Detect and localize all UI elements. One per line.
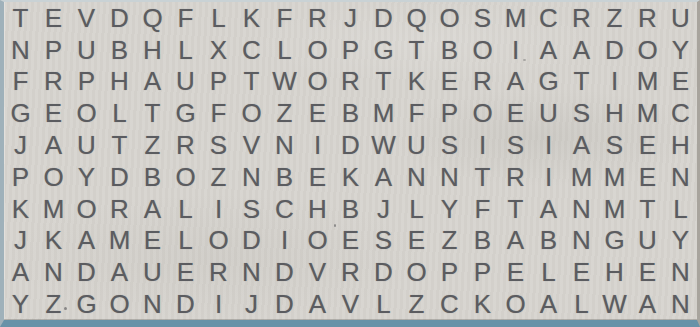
grid-cell[interactable]: A bbox=[565, 129, 598, 161]
grid-cell[interactable]: M bbox=[103, 225, 136, 257]
grid-cell[interactable]: O bbox=[466, 34, 499, 66]
grid-cell[interactable]: R bbox=[334, 66, 367, 98]
grid-cell[interactable]: B bbox=[334, 193, 367, 225]
grid-cell[interactable]: N bbox=[235, 161, 268, 193]
grid-cell[interactable]: T bbox=[499, 193, 532, 225]
grid-cell[interactable]: D bbox=[334, 129, 367, 161]
grid-cell[interactable]: Q bbox=[400, 2, 433, 34]
grid-cell[interactable]: D bbox=[367, 2, 400, 34]
grid-cell[interactable]: S bbox=[499, 129, 532, 161]
grid-cell[interactable]: E bbox=[433, 66, 466, 98]
grid-cell[interactable]: H bbox=[136, 34, 169, 66]
grid-cell[interactable]: R bbox=[103, 193, 136, 225]
grid-cell[interactable]: B bbox=[334, 97, 367, 129]
grid-cell[interactable]: K bbox=[400, 66, 433, 98]
grid-cell[interactable]: I bbox=[202, 288, 235, 320]
grid-cell[interactable]: N bbox=[268, 129, 301, 161]
grid-cell[interactable]: V bbox=[301, 256, 334, 288]
grid-cell[interactable]: S bbox=[598, 129, 631, 161]
grid-cell[interactable]: C bbox=[532, 2, 565, 34]
grid-cell[interactable]: M bbox=[499, 2, 532, 34]
grid-cell[interactable]: T bbox=[367, 66, 400, 98]
grid-cell[interactable]: C bbox=[235, 34, 268, 66]
grid-cell[interactable]: G bbox=[598, 225, 631, 257]
grid-cell[interactable]: D bbox=[169, 288, 202, 320]
grid-cell[interactable]: N bbox=[37, 256, 70, 288]
grid-cell[interactable]: O bbox=[466, 97, 499, 129]
grid-cell[interactable]: I bbox=[532, 129, 565, 161]
grid-cell[interactable]: N bbox=[664, 288, 697, 320]
grid-cell[interactable]: E bbox=[631, 161, 664, 193]
grid-cell[interactable]: K bbox=[334, 161, 367, 193]
grid-cell[interactable]: N bbox=[136, 288, 169, 320]
grid-cell[interactable]: E bbox=[37, 97, 70, 129]
grid-cell[interactable]: P bbox=[466, 256, 499, 288]
grid-cell[interactable]: U bbox=[136, 256, 169, 288]
grid-cell[interactable]: B bbox=[268, 161, 301, 193]
grid-cell[interactable]: V bbox=[334, 288, 367, 320]
grid-cell[interactable]: R bbox=[37, 66, 70, 98]
grid-cell[interactable]: G bbox=[169, 97, 202, 129]
grid-cell[interactable]: H bbox=[664, 129, 697, 161]
grid-cell[interactable]: E bbox=[334, 225, 367, 257]
grid-cell[interactable]: A bbox=[136, 193, 169, 225]
grid-cell[interactable]: U bbox=[664, 2, 697, 34]
grid-cell[interactable]: M bbox=[598, 193, 631, 225]
grid-cell[interactable]: S bbox=[202, 129, 235, 161]
grid-cell[interactable]: D bbox=[268, 288, 301, 320]
grid-cell[interactable]: F bbox=[202, 97, 235, 129]
grid-cell[interactable]: A bbox=[499, 66, 532, 98]
grid-cell[interactable]: J bbox=[334, 2, 367, 34]
grid-cell[interactable]: T bbox=[136, 97, 169, 129]
grid-cell[interactable]: M bbox=[598, 161, 631, 193]
grid-cell[interactable]: F bbox=[4, 66, 37, 98]
grid-cell[interactable]: G bbox=[532, 66, 565, 98]
grid-cell[interactable]: O bbox=[301, 66, 334, 98]
grid-cell[interactable]: H bbox=[301, 193, 334, 225]
grid-cell[interactable]: E bbox=[499, 256, 532, 288]
grid-cell[interactable]: G bbox=[4, 97, 37, 129]
grid-cell[interactable]: A bbox=[565, 34, 598, 66]
grid-cell[interactable]: L bbox=[565, 288, 598, 320]
grid-cell[interactable]: T bbox=[235, 66, 268, 98]
grid-cell[interactable]: O bbox=[499, 288, 532, 320]
grid-cell[interactable]: F bbox=[268, 2, 301, 34]
grid-cell[interactable]: T bbox=[631, 193, 664, 225]
grid-cell[interactable]: U bbox=[70, 129, 103, 161]
grid-cell[interactable]: B bbox=[136, 161, 169, 193]
grid-cell[interactable]: E bbox=[499, 97, 532, 129]
grid-cell[interactable]: U bbox=[400, 129, 433, 161]
grid-cell[interactable]: E bbox=[400, 225, 433, 257]
grid-cell[interactable]: Z bbox=[136, 129, 169, 161]
grid-cell[interactable]: Z bbox=[37, 288, 70, 320]
grid-cell[interactable]: J bbox=[4, 225, 37, 257]
grid-cell[interactable]: L bbox=[169, 193, 202, 225]
grid-cell[interactable]: J bbox=[367, 193, 400, 225]
grid-cell[interactable]: G bbox=[367, 34, 400, 66]
grid-cell[interactable]: N bbox=[664, 256, 697, 288]
grid-cell[interactable]: I bbox=[499, 34, 532, 66]
scan-speck bbox=[64, 307, 67, 310]
grid-cell[interactable]: A bbox=[499, 225, 532, 257]
scan-speck bbox=[334, 224, 336, 227]
grid-cell[interactable]: M bbox=[37, 193, 70, 225]
grid-cell[interactable]: A bbox=[532, 34, 565, 66]
grid-cell[interactable]: A bbox=[301, 288, 334, 320]
scan-speck bbox=[523, 59, 526, 61]
grid-cell[interactable]: I bbox=[532, 161, 565, 193]
grid-cell[interactable]: O bbox=[301, 34, 334, 66]
grid-cell[interactable]: D bbox=[268, 256, 301, 288]
grid-cell[interactable]: U bbox=[169, 66, 202, 98]
grid-cell[interactable]: L bbox=[400, 193, 433, 225]
grid-cell[interactable]: T bbox=[466, 161, 499, 193]
grid-cell[interactable]: A bbox=[4, 256, 37, 288]
grid-cell[interactable]: R bbox=[466, 66, 499, 98]
grid-cell[interactable]: M bbox=[631, 97, 664, 129]
grid-cell[interactable]: M bbox=[631, 66, 664, 98]
grid-cell[interactable]: L bbox=[664, 193, 697, 225]
grid-cell[interactable]: P bbox=[433, 256, 466, 288]
grid-cell[interactable]: R bbox=[631, 2, 664, 34]
grid-cell[interactable]: V bbox=[235, 129, 268, 161]
grid-cell[interactable]: E bbox=[631, 256, 664, 288]
grid-cell[interactable]: Y bbox=[70, 161, 103, 193]
grid-cell[interactable]: S bbox=[235, 193, 268, 225]
grid-cell[interactable]: J bbox=[4, 129, 37, 161]
grid-cell[interactable]: T bbox=[565, 66, 598, 98]
grid-cell[interactable]: A bbox=[532, 288, 565, 320]
grid-cell[interactable]: R bbox=[334, 256, 367, 288]
grid-cell[interactable]: U bbox=[631, 225, 664, 257]
grid-cell[interactable]: D bbox=[367, 256, 400, 288]
grid-cell[interactable]: H bbox=[103, 66, 136, 98]
grid-cell[interactable]: T bbox=[103, 129, 136, 161]
grid-cell[interactable]: E bbox=[301, 97, 334, 129]
grid-cell[interactable]: P bbox=[433, 97, 466, 129]
grid-cell[interactable]: A bbox=[37, 129, 70, 161]
grid-cell[interactable]: W bbox=[268, 66, 301, 98]
grid-cell[interactable]: I bbox=[301, 129, 334, 161]
grid-cell[interactable]: C bbox=[268, 193, 301, 225]
grid-cell[interactable]: Z bbox=[598, 2, 631, 34]
grid-cell[interactable]: R bbox=[202, 256, 235, 288]
grid-cell[interactable]: O bbox=[433, 2, 466, 34]
grid-cell[interactable]: A bbox=[70, 225, 103, 257]
grid-cell[interactable]: D bbox=[70, 256, 103, 288]
word-search-scan: TEVDQFLKFRJDQOSMCRZRUNPUBHLXCLOPGTBOIAAD… bbox=[0, 0, 700, 327]
grid-cell[interactable]: O bbox=[37, 161, 70, 193]
grid-cell[interactable]: I bbox=[598, 66, 631, 98]
grid-cell[interactable]: Z bbox=[268, 97, 301, 129]
grid-cell[interactable]: U bbox=[532, 97, 565, 129]
grid-cell[interactable]: K bbox=[37, 225, 70, 257]
grid-cell[interactable]: B bbox=[103, 34, 136, 66]
grid-cell[interactable]: Y bbox=[4, 288, 37, 320]
grid-cell[interactable]: Z bbox=[400, 288, 433, 320]
grid-cell[interactable]: D bbox=[235, 225, 268, 257]
grid-cell[interactable]: B bbox=[532, 225, 565, 257]
grid-cell[interactable]: T bbox=[4, 2, 37, 34]
grid-cell[interactable]: N bbox=[4, 34, 37, 66]
grid-cell[interactable]: E bbox=[169, 256, 202, 288]
grid-cell[interactable]: Z bbox=[433, 225, 466, 257]
grid-cell[interactable]: O bbox=[400, 256, 433, 288]
grid-cell[interactable]: Z bbox=[202, 161, 235, 193]
grid-cell[interactable]: F bbox=[400, 97, 433, 129]
grid-cell[interactable]: J bbox=[235, 288, 268, 320]
grid-cell[interactable]: R bbox=[169, 129, 202, 161]
grid-cell[interactable]: L bbox=[169, 225, 202, 257]
grid-cell[interactable]: X bbox=[202, 34, 235, 66]
grid-cell[interactable]: B bbox=[466, 225, 499, 257]
grid-cell[interactable]: R bbox=[565, 2, 598, 34]
grid-cell[interactable]: W bbox=[598, 288, 631, 320]
grid-cell[interactable]: E bbox=[301, 161, 334, 193]
grid-cell[interactable]: E bbox=[631, 129, 664, 161]
grid-cell[interactable]: D bbox=[103, 2, 136, 34]
grid-cell[interactable]: O bbox=[169, 161, 202, 193]
grid-cell[interactable]: Y bbox=[664, 34, 697, 66]
grid-cell[interactable]: K bbox=[235, 2, 268, 34]
grid-cell[interactable]: L bbox=[268, 34, 301, 66]
grid-cell[interactable]: N bbox=[433, 161, 466, 193]
grid-cell[interactable]: U bbox=[70, 34, 103, 66]
grid-cell[interactable]: S bbox=[367, 225, 400, 257]
grid-cell[interactable]: H bbox=[598, 256, 631, 288]
grid-cell[interactable]: O bbox=[70, 193, 103, 225]
grid-cell[interactable]: Y bbox=[664, 225, 697, 257]
grid-cell[interactable]: R bbox=[301, 2, 334, 34]
grid-cell[interactable]: R bbox=[499, 161, 532, 193]
grid-cell[interactable]: S bbox=[466, 2, 499, 34]
grid-cell[interactable]: A bbox=[367, 161, 400, 193]
grid-cell[interactable]: T bbox=[400, 34, 433, 66]
grid-cell[interactable]: M bbox=[565, 161, 598, 193]
grid-cell[interactable]: P bbox=[334, 34, 367, 66]
grid-cell[interactable]: E bbox=[565, 256, 598, 288]
grid-cell[interactable]: L bbox=[532, 256, 565, 288]
grid-cell[interactable]: N bbox=[565, 225, 598, 257]
grid-cell[interactable]: L bbox=[103, 97, 136, 129]
grid-cell[interactable]: A bbox=[103, 256, 136, 288]
grid-cell[interactable]: Q bbox=[136, 2, 169, 34]
grid-cell[interactable]: O bbox=[70, 97, 103, 129]
grid-cell[interactable]: P bbox=[70, 66, 103, 98]
grid-cell[interactable]: O bbox=[301, 225, 334, 257]
grid-cell[interactable]: V bbox=[70, 2, 103, 34]
grid-cell[interactable]: O bbox=[631, 34, 664, 66]
grid-cell[interactable]: E bbox=[664, 66, 697, 98]
grid-cell[interactable]: H bbox=[598, 97, 631, 129]
grid-cell[interactable]: B bbox=[433, 34, 466, 66]
grid-cell[interactable]: G bbox=[70, 288, 103, 320]
grid-cell[interactable]: L bbox=[367, 288, 400, 320]
grid-cell[interactable]: C bbox=[433, 288, 466, 320]
grid-cell[interactable]: M bbox=[367, 97, 400, 129]
grid-cell[interactable]: N bbox=[664, 161, 697, 193]
grid-cell[interactable]: N bbox=[235, 256, 268, 288]
grid-cell[interactable]: D bbox=[598, 34, 631, 66]
grid-cell[interactable]: L bbox=[169, 34, 202, 66]
grid-cell[interactable]: N bbox=[400, 161, 433, 193]
grid-cell[interactable]: K bbox=[4, 193, 37, 225]
grid-cell[interactable]: O bbox=[103, 288, 136, 320]
grid-cell[interactable]: K bbox=[466, 288, 499, 320]
grid-cell[interactable]: F bbox=[169, 2, 202, 34]
grid-cell[interactable]: O bbox=[202, 225, 235, 257]
grid-cell[interactable]: P bbox=[37, 34, 70, 66]
grid-cell[interactable]: A bbox=[136, 66, 169, 98]
grid-cell[interactable]: E bbox=[136, 225, 169, 257]
grid-cell[interactable]: E bbox=[37, 2, 70, 34]
grid-cell[interactable]: O bbox=[235, 97, 268, 129]
grid-cell[interactable]: W bbox=[367, 129, 400, 161]
grid-cell[interactable]: I bbox=[268, 225, 301, 257]
grid-cell[interactable]: F bbox=[466, 193, 499, 225]
grid-cell[interactable]: D bbox=[103, 161, 136, 193]
grid-cell[interactable]: N bbox=[565, 193, 598, 225]
grid-cell[interactable]: C bbox=[664, 97, 697, 129]
word-search-board: TEVDQFLKFRJDQOSMCRZRUNPUBHLXCLOPGTBOIAAD… bbox=[4, 2, 697, 320]
grid-cell[interactable]: L bbox=[202, 2, 235, 34]
grid-cell[interactable]: S bbox=[433, 129, 466, 161]
grid-cell[interactable]: S bbox=[565, 97, 598, 129]
grid-cell[interactable]: Y bbox=[433, 193, 466, 225]
grid-cell[interactable]: A bbox=[532, 193, 565, 225]
grid-cell[interactable]: P bbox=[202, 66, 235, 98]
grid-cell[interactable]: I bbox=[202, 193, 235, 225]
grid-cell[interactable]: A bbox=[631, 288, 664, 320]
grid-cell[interactable]: P bbox=[4, 161, 37, 193]
grid-cell[interactable]: I bbox=[466, 129, 499, 161]
